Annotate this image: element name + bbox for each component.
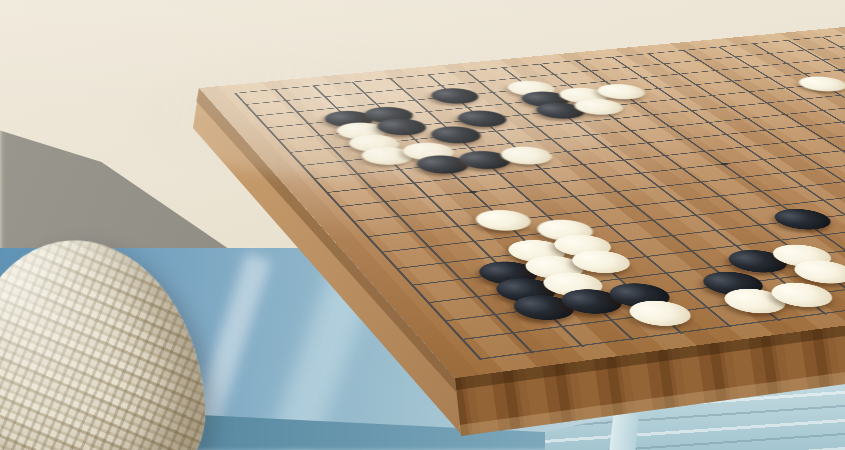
go-photo-scene [0, 0, 845, 450]
